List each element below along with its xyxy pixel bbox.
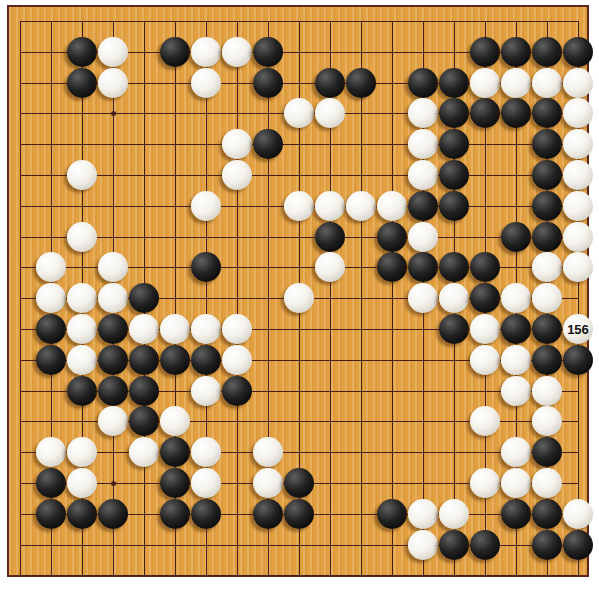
white-stone xyxy=(67,222,97,252)
black-stone xyxy=(439,129,469,159)
black-stone xyxy=(470,530,500,560)
white-stone xyxy=(532,283,562,313)
white-stone xyxy=(408,283,438,313)
white-stone xyxy=(36,252,66,282)
white-stone xyxy=(439,283,469,313)
white-stone: 156 xyxy=(563,314,593,344)
black-stone xyxy=(98,376,128,406)
white-stone xyxy=(191,468,221,498)
black-stone xyxy=(501,499,531,529)
white-stone xyxy=(253,468,283,498)
black-stone xyxy=(501,222,531,252)
grid-line-horizontal xyxy=(20,575,579,576)
black-stone xyxy=(470,283,500,313)
white-stone xyxy=(253,437,283,467)
white-stone xyxy=(563,252,593,282)
white-stone xyxy=(191,37,221,67)
black-stone xyxy=(160,345,190,375)
white-stone xyxy=(98,283,128,313)
black-stone xyxy=(98,314,128,344)
white-stone xyxy=(563,222,593,252)
black-stone xyxy=(532,437,562,467)
white-stone xyxy=(222,160,252,190)
white-stone xyxy=(284,283,314,313)
black-stone xyxy=(439,68,469,98)
white-stone xyxy=(129,314,159,344)
black-stone xyxy=(36,468,66,498)
black-stone xyxy=(253,68,283,98)
black-stone xyxy=(253,129,283,159)
white-stone xyxy=(315,98,345,128)
white-stone xyxy=(191,191,221,221)
white-stone xyxy=(346,191,376,221)
black-stone xyxy=(439,160,469,190)
black-stone xyxy=(439,191,469,221)
white-stone xyxy=(501,345,531,375)
white-stone xyxy=(563,160,593,190)
white-stone xyxy=(470,68,500,98)
white-stone xyxy=(98,37,128,67)
black-stone xyxy=(129,345,159,375)
white-stone xyxy=(501,468,531,498)
black-stone xyxy=(98,345,128,375)
black-stone xyxy=(532,37,562,67)
black-stone xyxy=(129,376,159,406)
white-stone xyxy=(501,283,531,313)
white-stone xyxy=(563,191,593,221)
white-stone xyxy=(563,499,593,529)
white-stone xyxy=(222,129,252,159)
black-stone xyxy=(563,345,593,375)
white-stone xyxy=(67,345,97,375)
grid-line-vertical xyxy=(361,21,362,576)
white-stone xyxy=(222,37,252,67)
black-stone xyxy=(408,68,438,98)
black-stone xyxy=(315,68,345,98)
black-stone xyxy=(160,437,190,467)
black-stone xyxy=(408,191,438,221)
white-stone xyxy=(36,437,66,467)
white-stone xyxy=(67,468,97,498)
black-stone xyxy=(160,499,190,529)
white-stone xyxy=(191,437,221,467)
black-stone xyxy=(470,252,500,282)
white-stone xyxy=(160,406,190,436)
black-stone xyxy=(501,98,531,128)
black-stone xyxy=(532,191,562,221)
black-stone xyxy=(222,376,252,406)
black-stone xyxy=(315,222,345,252)
black-stone xyxy=(253,37,283,67)
black-stone xyxy=(470,98,500,128)
black-stone xyxy=(439,98,469,128)
white-stone xyxy=(191,68,221,98)
white-stone xyxy=(408,129,438,159)
star-point xyxy=(111,111,116,116)
white-stone xyxy=(532,68,562,98)
black-stone xyxy=(36,314,66,344)
white-stone xyxy=(408,499,438,529)
black-stone xyxy=(253,499,283,529)
black-stone xyxy=(67,376,97,406)
star-point xyxy=(111,481,116,486)
white-stone xyxy=(36,283,66,313)
white-stone xyxy=(377,191,407,221)
white-stone xyxy=(532,252,562,282)
white-stone xyxy=(222,345,252,375)
black-stone xyxy=(377,252,407,282)
black-stone xyxy=(346,68,376,98)
black-stone xyxy=(532,98,562,128)
white-stone xyxy=(408,222,438,252)
white-stone xyxy=(160,314,190,344)
black-stone xyxy=(377,499,407,529)
white-stone xyxy=(67,160,97,190)
screenshot-root: { "game": "go", "board": { "size": 19, "… xyxy=(0,0,599,597)
black-stone xyxy=(191,345,221,375)
black-stone xyxy=(284,468,314,498)
go-board[interactable]: 156 xyxy=(7,5,589,577)
white-stone xyxy=(98,68,128,98)
white-stone xyxy=(501,376,531,406)
white-stone xyxy=(98,252,128,282)
black-stone xyxy=(377,222,407,252)
white-stone xyxy=(563,129,593,159)
black-stone xyxy=(563,530,593,560)
white-stone xyxy=(129,437,159,467)
grid-line-vertical xyxy=(392,21,393,576)
black-stone xyxy=(129,406,159,436)
black-stone xyxy=(563,37,593,67)
black-stone xyxy=(98,499,128,529)
black-stone xyxy=(129,283,159,313)
black-stone xyxy=(532,160,562,190)
white-stone xyxy=(470,468,500,498)
black-stone xyxy=(191,499,221,529)
white-stone xyxy=(98,406,128,436)
white-stone xyxy=(470,314,500,344)
black-stone xyxy=(36,499,66,529)
white-stone xyxy=(222,314,252,344)
white-stone xyxy=(284,191,314,221)
black-stone xyxy=(501,314,531,344)
white-stone xyxy=(470,345,500,375)
black-stone xyxy=(439,252,469,282)
white-stone xyxy=(67,314,97,344)
white-stone xyxy=(408,160,438,190)
black-stone xyxy=(67,499,97,529)
white-stone xyxy=(501,68,531,98)
move-number-label: 156 xyxy=(567,323,589,336)
black-stone xyxy=(532,314,562,344)
white-stone xyxy=(315,191,345,221)
black-stone xyxy=(67,37,97,67)
white-stone xyxy=(408,98,438,128)
black-stone xyxy=(532,345,562,375)
white-stone xyxy=(439,499,469,529)
white-stone xyxy=(408,530,438,560)
black-stone xyxy=(470,37,500,67)
grid-line-horizontal xyxy=(20,452,579,453)
black-stone xyxy=(532,499,562,529)
black-stone xyxy=(532,129,562,159)
black-stone xyxy=(191,252,221,282)
white-stone xyxy=(563,98,593,128)
white-stone xyxy=(191,376,221,406)
white-stone xyxy=(191,314,221,344)
white-stone xyxy=(532,468,562,498)
black-stone xyxy=(160,468,190,498)
black-stone xyxy=(284,499,314,529)
white-stone xyxy=(284,98,314,128)
white-stone xyxy=(532,406,562,436)
black-stone xyxy=(67,68,97,98)
white-stone xyxy=(67,283,97,313)
black-stone xyxy=(501,37,531,67)
white-stone xyxy=(532,376,562,406)
white-stone xyxy=(67,437,97,467)
black-stone xyxy=(439,314,469,344)
white-stone xyxy=(501,437,531,467)
white-stone xyxy=(563,68,593,98)
white-stone xyxy=(470,406,500,436)
black-stone xyxy=(408,252,438,282)
black-stone xyxy=(36,345,66,375)
black-stone xyxy=(160,37,190,67)
black-stone xyxy=(532,530,562,560)
black-stone xyxy=(532,222,562,252)
white-stone xyxy=(315,252,345,282)
black-stone xyxy=(439,530,469,560)
